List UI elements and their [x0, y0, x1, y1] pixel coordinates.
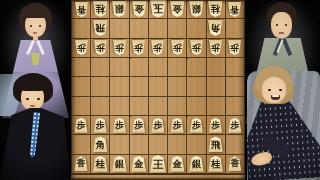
sente-piece-歩: 歩: [94, 118, 107, 133]
board-square: 歩: [226, 116, 245, 135]
eye: [37, 98, 40, 100]
piece-kanji: 歩: [94, 40, 107, 55]
board-square: [130, 77, 149, 96]
board-square: [168, 77, 187, 96]
board-square: [168, 19, 187, 38]
board-square: 歩: [110, 39, 129, 58]
hair-bangs: [23, 9, 48, 18]
sente-piece-銀: 銀: [189, 156, 204, 172]
board-square: [226, 19, 245, 38]
sente-piece-歩: 歩: [228, 118, 241, 133]
sente-piece-香: 香: [75, 156, 88, 171]
board-square: 歩: [187, 116, 206, 135]
eye: [39, 25, 41, 27]
board-square: 歩: [91, 116, 110, 135]
board-square: [207, 77, 226, 96]
board-square: 歩: [226, 39, 245, 58]
gote-piece-桂: 桂: [208, 1, 223, 17]
eye: [26, 98, 29, 100]
board-square: [130, 58, 149, 77]
board-square: [91, 58, 110, 77]
piece-kanji: 角: [93, 136, 108, 152]
gote-piece-金: 金: [170, 1, 185, 17]
piece-kanji: 桂: [93, 156, 108, 172]
piece-kanji: 歩: [209, 40, 222, 55]
piece-kanji: 歩: [151, 118, 164, 133]
board-square: [72, 135, 91, 154]
piece-kanji: 香: [75, 156, 88, 171]
gote-piece-桂: 桂: [93, 1, 108, 17]
piece-kanji: 桂: [93, 1, 108, 17]
board-square: [187, 19, 206, 38]
piece-kanji: 玉: [150, 0, 166, 18]
eye: [268, 89, 271, 91]
gote-piece-歩: 歩: [228, 40, 241, 55]
board-square: 飛: [91, 19, 110, 38]
board-square: 桂: [207, 0, 226, 19]
board-square: 角: [207, 19, 226, 38]
piece-kanji: 歩: [171, 118, 184, 133]
board-square: 王: [149, 155, 168, 174]
board-square: [130, 135, 149, 154]
board-square: 銀: [187, 155, 206, 174]
piece-kanji: 歩: [113, 40, 126, 55]
board-square: [110, 77, 129, 96]
board-square: [149, 77, 168, 96]
eye: [30, 25, 32, 27]
board-square: [226, 97, 245, 116]
piece-kanji: 銀: [189, 156, 204, 172]
board-square: [168, 58, 187, 77]
board-square: 香: [226, 0, 245, 19]
piece-kanji: 歩: [113, 118, 126, 133]
photo-column-left: [0, 0, 71, 180]
sente-piece-銀: 銀: [112, 156, 127, 172]
board-star-point: [129, 57, 131, 59]
piece-kanji: 王: [150, 155, 166, 173]
board-square: 歩: [168, 116, 187, 135]
board-square: 歩: [168, 39, 187, 58]
board-square: [72, 77, 91, 96]
sente-piece-歩: 歩: [209, 118, 222, 133]
board-square: 金: [130, 155, 149, 174]
piece-kanji: 香: [228, 156, 241, 171]
piece-kanji: 歩: [132, 40, 145, 55]
gote-piece-歩: 歩: [75, 40, 88, 55]
board-square: [72, 58, 91, 77]
board-square: [187, 135, 206, 154]
board-square: [149, 135, 168, 154]
sente-piece-香: 香: [228, 156, 241, 171]
piece-kanji: 歩: [75, 118, 88, 133]
board-square: 飛: [207, 135, 226, 154]
board-square: [110, 58, 129, 77]
photo-column-right: [245, 0, 320, 180]
piece-kanji: 桂: [208, 1, 223, 17]
piece-kanji: 金: [132, 156, 147, 172]
board-square: [72, 19, 91, 38]
board-square: [226, 135, 245, 154]
hair-bangs: [18, 80, 46, 91]
board-square: 歩: [207, 39, 226, 58]
gote-piece-香: 香: [228, 2, 241, 17]
board-square: [130, 97, 149, 116]
board-square: [91, 97, 110, 116]
board-square: 歩: [130, 39, 149, 58]
sente-piece-桂: 桂: [93, 156, 108, 172]
sente-piece-角: 角: [93, 136, 108, 152]
gote-piece-歩: 歩: [171, 40, 184, 55]
gote-piece-歩: 歩: [209, 40, 222, 55]
board-square: 銀: [187, 0, 206, 19]
sente-piece-歩: 歩: [190, 118, 203, 133]
gote-piece-飛: 飛: [93, 20, 108, 36]
sente-piece-飛: 飛: [208, 136, 223, 152]
board-square: 桂: [207, 155, 226, 174]
gote-piece-歩: 歩: [190, 40, 203, 55]
sente-piece-金: 金: [170, 156, 185, 172]
board-square: [226, 77, 245, 96]
board-square: 金: [168, 155, 187, 174]
board-square: [72, 97, 91, 116]
sente-piece-歩: 歩: [171, 118, 184, 133]
sente-piece-歩: 歩: [113, 118, 126, 133]
board-square: [207, 97, 226, 116]
board-square: [130, 19, 149, 38]
gote-piece-銀: 銀: [112, 1, 127, 17]
piece-kanji: 金: [170, 1, 185, 17]
board-square: 香: [72, 0, 91, 19]
board-grid: 香桂銀金玉金銀桂香飛角歩歩歩歩歩歩歩歩歩歩歩歩歩歩歩歩歩歩角飛香桂銀金王金銀桂香: [71, 0, 246, 175]
piece-kanji: 歩: [228, 118, 241, 133]
sente-piece-歩: 歩: [151, 118, 164, 133]
board-square: 歩: [149, 116, 168, 135]
teeth: [272, 95, 279, 97]
piece-kanji: 飛: [208, 136, 223, 152]
board-square: 歩: [149, 39, 168, 58]
gote-piece-歩: 歩: [113, 40, 126, 55]
board-square: [149, 19, 168, 38]
piece-kanji: 銀: [189, 1, 204, 17]
board-square: [168, 97, 187, 116]
piece-kanji: 金: [132, 1, 147, 17]
board-square: 歩: [130, 116, 149, 135]
board-square: [187, 77, 206, 96]
gote-piece-銀: 銀: [189, 1, 204, 17]
board-square: 銀: [110, 0, 129, 19]
board-square: 玉: [149, 0, 168, 19]
piece-kanji: 銀: [112, 1, 127, 17]
gote-piece-角: 角: [208, 20, 223, 36]
face: [271, 12, 292, 38]
board-square: 桂: [91, 155, 110, 174]
piece-kanji: 銀: [112, 156, 127, 172]
board-star-point: [129, 115, 131, 117]
board-square: [110, 97, 129, 116]
sente-piece-桂: 桂: [208, 156, 223, 172]
piece-kanji: 香: [228, 2, 241, 17]
board-square: [110, 19, 129, 38]
board-square: [149, 58, 168, 77]
sente-piece-金: 金: [132, 156, 147, 172]
piece-kanji: 飛: [93, 20, 108, 36]
mouth: [30, 105, 35, 107]
board-square: [207, 58, 226, 77]
piece-kanji: 歩: [190, 40, 203, 55]
eye: [285, 24, 287, 26]
photo-bottom-right-player: [245, 66, 320, 180]
board-square: 歩: [110, 116, 129, 135]
board-square: 金: [168, 0, 187, 19]
board-square: [187, 58, 206, 77]
piece-kanji: 歩: [94, 118, 107, 133]
board-square: [91, 77, 110, 96]
piece-kanji: 歩: [228, 40, 241, 55]
board-square: 金: [130, 0, 149, 19]
mouth: [279, 32, 284, 34]
piece-kanji: 香: [75, 2, 88, 17]
sente-piece-歩: 歩: [132, 118, 145, 133]
piece-kanji: 角: [208, 20, 223, 36]
piece-kanji: 歩: [209, 118, 222, 133]
eye: [279, 89, 282, 91]
board-square: 歩: [187, 39, 206, 58]
board-square: [168, 135, 187, 154]
board-square: [149, 97, 168, 116]
board-square: 香: [72, 155, 91, 174]
board-square: 香: [226, 155, 245, 174]
photo-bottom-left-player: [0, 72, 71, 180]
gote-piece-歩: 歩: [94, 40, 107, 55]
piece-kanji: 金: [170, 156, 185, 172]
board-square: 銀: [110, 155, 129, 174]
sente-piece-王: 王: [150, 155, 166, 173]
board-square: 歩: [207, 116, 226, 135]
board-square: 歩: [72, 39, 91, 58]
eye: [276, 24, 278, 26]
sente-piece-歩: 歩: [75, 118, 88, 133]
gote-piece-歩: 歩: [151, 40, 164, 55]
board-square: 角: [91, 135, 110, 154]
board-square: 歩: [72, 116, 91, 135]
shogi-board: 香桂銀金玉金銀桂香飛角歩歩歩歩歩歩歩歩歩歩歩歩歩歩歩歩歩歩角飛香桂銀金王金銀桂香: [71, 0, 245, 180]
piece-kanji: 歩: [171, 40, 184, 55]
gote-piece-香: 香: [75, 2, 88, 17]
board-square: 桂: [91, 0, 110, 19]
board-square: [226, 58, 245, 77]
gote-piece-玉: 玉: [150, 0, 166, 18]
shogi-thumbnail: 香桂銀金玉金銀桂香飛角歩歩歩歩歩歩歩歩歩歩歩歩歩歩歩歩歩歩角飛香桂銀金王金銀桂香: [0, 0, 320, 180]
piece-kanji: 歩: [132, 118, 145, 133]
gote-piece-金: 金: [132, 1, 147, 17]
board-square: [110, 135, 129, 154]
board-square: [187, 97, 206, 116]
piece-kanji: 歩: [151, 40, 164, 55]
gote-piece-歩: 歩: [132, 40, 145, 55]
piece-kanji: 歩: [75, 40, 88, 55]
piece-kanji: 桂: [208, 156, 223, 172]
piece-kanji: 歩: [190, 118, 203, 133]
board-square: 歩: [91, 39, 110, 58]
mouth: [33, 32, 37, 34]
